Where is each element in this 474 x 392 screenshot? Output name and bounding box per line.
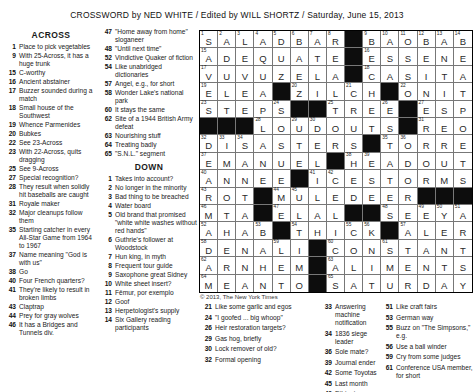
grid-cell[interactable]: L [418, 222, 436, 239]
down-header: DOWN [101, 162, 197, 172]
grid-cell[interactable]: O [418, 153, 436, 170]
grid-cell[interactable]: U [254, 66, 272, 83]
grid-cell[interactable]: E [399, 257, 417, 274]
grid-cell[interactable]: S [436, 101, 454, 118]
grid-cell[interactable]: 2A [218, 31, 236, 48]
clue-text: "S.N.L." segment [115, 150, 165, 158]
grid-cell[interactable]: E [418, 48, 436, 65]
clue-number: 12 [101, 298, 112, 306]
clue-number: 17 [5, 87, 16, 103]
grid-cell[interactable]: N [218, 170, 236, 187]
grid-cell[interactable]: 64M [200, 275, 218, 292]
grid-cell[interactable]: R [327, 135, 345, 152]
grid-cell[interactable]: 37E [200, 153, 218, 170]
clue-number: 22 [5, 139, 16, 147]
grid-cell[interactable]: 58D [200, 240, 218, 257]
grid-cell[interactable]: 25T [327, 101, 345, 118]
grid-cell[interactable]: U [218, 66, 236, 83]
cell-letter: D [399, 159, 416, 169]
clue-across-35: 35Starting catcher in every All-Star Gam… [5, 226, 97, 250]
cell-letter: D [309, 124, 326, 134]
cell-number: 65 [328, 274, 333, 280]
clue-number: 62 [101, 115, 112, 131]
grid-cell[interactable]: A [345, 275, 363, 292]
cell-letter: I [363, 263, 380, 273]
grid-cell[interactable]: U [381, 275, 399, 292]
cell-letter: E [236, 54, 253, 64]
grid-cell[interactable]: 5D [273, 31, 291, 48]
grid-cell[interactable]: 48S [381, 205, 399, 222]
grid-cell[interactable]: U [345, 118, 363, 135]
grid-cell[interactable]: I [309, 83, 327, 100]
grid-cell[interactable]: T [273, 275, 291, 292]
black-cell [345, 48, 363, 65]
grid-cell[interactable]: 28L [254, 118, 272, 135]
grid-cell[interactable]: E [345, 170, 363, 187]
grid-cell[interactable]: 51A [454, 205, 472, 222]
clue-down-32: 32Formal opening [201, 356, 311, 364]
cell-letter: L [327, 211, 344, 221]
clue-text: Special recognition? [19, 174, 78, 182]
grid-cell[interactable]: N [254, 275, 272, 292]
grid-cell[interactable]: T [236, 188, 254, 205]
grid-cell[interactable]: N [418, 257, 436, 274]
grid-cell[interactable]: 15A [200, 48, 218, 65]
grid-cell[interactable]: L [327, 205, 345, 222]
clue-across-25: 25See 9-Across [5, 165, 97, 173]
clue-text: Conference USA member, for short [396, 364, 473, 380]
grid-cell[interactable]: 27E [418, 101, 436, 118]
cell-letter: I [291, 246, 308, 256]
clue-text: Use a ball winder [396, 343, 447, 351]
clue-number: 47 [101, 28, 112, 44]
grid-cell[interactable]: A [436, 275, 454, 292]
grid-cell[interactable]: S [399, 48, 417, 65]
grid-cell[interactable]: N [418, 83, 436, 100]
cell-number: 3 [237, 31, 240, 37]
grid-cell[interactable]: M [381, 257, 399, 274]
grid-cell[interactable]: M [218, 153, 236, 170]
grid-cell[interactable]: 9B [363, 31, 381, 48]
black-cell [309, 275, 327, 292]
clue-number: 9 [5, 52, 16, 68]
grid-cell[interactable]: 1S [200, 31, 218, 48]
grid-cell[interactable]: V [236, 66, 254, 83]
grid-cell[interactable]: 14B [454, 31, 472, 48]
grid-cell[interactable]: L [309, 66, 327, 83]
black-cell [327, 153, 345, 170]
grid-cell[interactable]: 39E [363, 153, 381, 170]
clue-text: Like some garlic and egos [215, 303, 292, 311]
grid-cell[interactable]: 8R [327, 31, 345, 48]
grid-cell[interactable]: L [327, 83, 345, 100]
grid-cell[interactable]: 46M [200, 205, 218, 222]
grid-cell[interactable]: E [399, 205, 417, 222]
grid-cell[interactable]: S [454, 257, 472, 274]
cell-letter: A [345, 281, 362, 291]
clue-across-44: 44Prey for gray wolves [5, 312, 97, 320]
clue-down-42: 42Some Toyotas [321, 369, 385, 377]
grid-cell[interactable]: E [254, 170, 272, 187]
grid-cell[interactable]: M [436, 170, 454, 187]
grid-cell[interactable]: E [436, 222, 454, 239]
grid-cell[interactable]: S [454, 170, 472, 187]
grid-cell[interactable]: 43R [200, 188, 218, 205]
clue-number: 45 [321, 380, 332, 388]
grid-cell[interactable]: N [236, 257, 254, 274]
grid-cell[interactable]: R [418, 135, 436, 152]
across-header: ACROSS [5, 30, 97, 40]
grid-cell[interactable]: A [254, 240, 272, 257]
cell-number: 64 [201, 274, 206, 280]
clue-text: With 22-Across, quits dragging [19, 148, 97, 164]
grid-cell[interactable]: E [236, 83, 254, 100]
grid-cell[interactable]: A [254, 135, 272, 152]
grid-cell[interactable]: 65S [327, 275, 345, 292]
grid-cell[interactable]: 53B [254, 222, 272, 239]
grid-cell[interactable]: O [273, 118, 291, 135]
clue-text: Small house of the Southwest [19, 104, 97, 120]
cell-letter: E [418, 54, 435, 64]
clue-number: 34 [321, 330, 332, 346]
grid-cell[interactable]: O [399, 170, 417, 187]
grid-cell[interactable]: I [418, 66, 436, 83]
clue-across-48: 48"Until next time" [101, 45, 197, 53]
cell-letter: T [236, 193, 253, 203]
grid-cell[interactable]: P [254, 101, 272, 118]
grid-cell[interactable]: T [454, 153, 472, 170]
grid-cell[interactable]: T [309, 48, 327, 65]
grid-cell[interactable]: N [254, 153, 272, 170]
crossword-grid[interactable]: 1S2A3L4A5D6B7A8R9B10A11O12B13A14B15ADEQU… [199, 30, 473, 293]
grid-cell[interactable]: I [363, 257, 381, 274]
clue-text: "I goofed ... big whoop" [215, 314, 283, 322]
clue-down-56: 56Use a ball winder [382, 343, 473, 351]
grid-cell[interactable]: 26E [381, 101, 399, 118]
grid-cell[interactable]: E [381, 188, 399, 205]
grid-cell[interactable]: T [218, 101, 236, 118]
grid-cell[interactable]: S [381, 118, 399, 135]
cell-letter: L [254, 124, 271, 134]
grid-cell[interactable]: E [218, 240, 236, 257]
grid-cell[interactable]: 10A [381, 31, 399, 48]
grid-cell[interactable]: E [236, 48, 254, 65]
grid-cell[interactable]: 41I [309, 170, 327, 187]
across-clues-47-65: 47"Home away from home" sloganeer48"Unti… [101, 28, 197, 158]
clue-number: 2 [101, 184, 112, 192]
clue-text: They're likely to result in broken limbs [19, 286, 97, 302]
grid-cell[interactable]: T [291, 135, 309, 152]
cell-letter: A [436, 281, 453, 291]
grid-cell[interactable]: S [363, 170, 381, 187]
clue-number: 6 [101, 236, 112, 252]
cell-letter: T [273, 281, 290, 291]
grid-cell[interactable]: E [436, 118, 454, 135]
grid-cell[interactable]: N [436, 240, 454, 257]
clue-number: 37 [5, 251, 16, 267]
grid-cell[interactable]: H [363, 83, 381, 100]
grid-cell[interactable]: E [454, 135, 472, 152]
cell-letter: C [345, 89, 362, 99]
clue-down-55: 55Buzz on "The Simpsons," e.g. [382, 324, 473, 340]
grid-cell[interactable]: A [236, 275, 254, 292]
grid-cell[interactable]: P [454, 101, 472, 118]
grid-cell[interactable]: 61S [381, 240, 399, 257]
grid-cell[interactable]: E [327, 48, 345, 65]
grid-cell[interactable]: D [418, 275, 436, 292]
grid-cell[interactable]: 3L [236, 31, 254, 48]
grid-cell[interactable]: 21C [345, 83, 363, 100]
cell-letter: S [273, 106, 290, 116]
cell-letter: L [309, 159, 326, 169]
cell-letter: A [327, 72, 344, 82]
grid-cell[interactable]: I [291, 240, 309, 257]
grid-cell[interactable]: 63A [327, 257, 345, 274]
grid-cell[interactable]: E [273, 257, 291, 274]
grid-cell[interactable]: 13A [436, 31, 454, 48]
clue-text: Old brand that promised "white white was… [115, 211, 197, 235]
clue-number: 8 [101, 262, 112, 270]
grid-cell[interactable]: S [345, 135, 363, 152]
grid-cell[interactable]: 16E [363, 48, 381, 65]
grid-cell[interactable]: O [327, 118, 345, 135]
clue-across-64: 64Treating badly [101, 141, 197, 149]
grid-cell[interactable]: T [363, 118, 381, 135]
grid-cell[interactable]: T [436, 257, 454, 274]
cell-number: 1 [201, 31, 204, 37]
clue-text: Wonder Lake's national park [115, 89, 197, 105]
grid-cell[interactable]: 55C [345, 222, 363, 239]
grid-cell[interactable]: H [254, 257, 272, 274]
grid-cell[interactable]: A [309, 205, 327, 222]
grid-cell[interactable]: A [236, 205, 254, 222]
grid-cell[interactable]: S [399, 66, 417, 83]
grid-cell[interactable]: 20Z [291, 83, 309, 100]
grid-cell[interactable]: L [309, 153, 327, 170]
grid-cell[interactable]: N [236, 170, 254, 187]
cell-letter: A [309, 37, 326, 47]
grid-cell[interactable]: N [436, 48, 454, 65]
grid-cell[interactable]: T [218, 205, 236, 222]
grid-cell[interactable]: 45U [291, 188, 309, 205]
clue-text: Site of a 1944 British Army defeat [115, 115, 197, 131]
grid-cell[interactable]: R [399, 188, 417, 205]
grid-cell[interactable]: E [363, 101, 381, 118]
grid-cell[interactable]: 40A [200, 170, 218, 187]
grid-cell[interactable]: N [363, 240, 381, 257]
clue-text: Whence Parmenides [19, 121, 80, 129]
grid-cell[interactable]: E [236, 101, 254, 118]
grid-cell[interactable]: 24S [273, 101, 291, 118]
grid-cell[interactable]: R [399, 275, 417, 292]
cell-letter: E [363, 106, 380, 116]
grid-cell[interactable]: 33I [218, 135, 236, 152]
grid-cell[interactable]: Z [273, 66, 291, 83]
clue-text: Angel, e.g., for short [115, 80, 174, 88]
grid-cell[interactable]: Q [254, 48, 272, 65]
grid-cell[interactable]: I [436, 83, 454, 100]
grid-cell[interactable]: 35T [381, 135, 399, 152]
grid-cell[interactable]: 29U [291, 118, 309, 135]
grid-cell[interactable]: 50Y [436, 205, 454, 222]
grid-cell[interactable]: M [291, 257, 309, 274]
clue-number: 33 [321, 303, 332, 327]
clue-text: Ancient abstainer [19, 78, 70, 86]
grid-cell[interactable]: S [273, 135, 291, 152]
cell-letter: R [436, 141, 453, 151]
grid-cell[interactable]: 31R [418, 118, 436, 135]
clue-number: 39 [321, 359, 332, 367]
cell-letter: S [200, 106, 217, 116]
grid-cell[interactable]: U [273, 48, 291, 65]
grid-cell[interactable]: E [291, 153, 309, 170]
cell-number: 4 [255, 31, 258, 37]
clue-number: 19 [5, 121, 16, 129]
cell-letter: B [363, 37, 380, 47]
grid-cell[interactable]: A [236, 222, 254, 239]
cell-number: 39 [364, 152, 369, 158]
grid-cell[interactable]: O [291, 275, 309, 292]
cell-letter: T [363, 124, 380, 134]
grid-cell[interactable]: N [236, 240, 254, 257]
cell-letter: L [345, 263, 362, 273]
grid-cell[interactable]: 60C [327, 240, 345, 257]
grid-cell[interactable]: 4A [254, 31, 272, 48]
grid-cell[interactable]: O [218, 188, 236, 205]
clue-number: 57 [101, 80, 112, 88]
grid-cell[interactable]: A [454, 66, 472, 83]
clue-text: Bubkes [19, 130, 41, 138]
grid-cell[interactable]: 49E [418, 205, 436, 222]
cell-letter: S [381, 246, 398, 256]
grid-cell[interactable]: U [436, 153, 454, 170]
grid-cell[interactable]: 56K [363, 222, 381, 239]
grid-cell[interactable]: R [218, 257, 236, 274]
grid-cell[interactable]: H [309, 222, 327, 239]
grid-cell[interactable]: E [218, 275, 236, 292]
grid-cell[interactable]: E [363, 188, 381, 205]
grid-cell[interactable]: O [454, 118, 472, 135]
grid-cell[interactable]: L [218, 83, 236, 100]
clue-text: Six Gallery reading participants [115, 316, 197, 332]
grid-cell[interactable]: 44M [273, 188, 291, 205]
cell-letter: E [454, 141, 472, 151]
grid-cell[interactable]: 22O [399, 83, 417, 100]
cell-letter: N [436, 54, 453, 64]
grid-cell[interactable]: A [418, 240, 436, 257]
grid-cell[interactable]: L [309, 188, 327, 205]
grid-cell[interactable]: R [436, 135, 454, 152]
black-cell [291, 170, 309, 187]
grid-cell[interactable]: E [327, 188, 345, 205]
grid-cell[interactable]: H [218, 222, 236, 239]
grid-cell[interactable]: D [345, 188, 363, 205]
grid-cell[interactable]: 23S [200, 101, 218, 118]
cell-letter: R [418, 176, 435, 186]
grid-cell[interactable]: 6B [291, 31, 309, 48]
grid-cell[interactable]: A [236, 153, 254, 170]
grid-cell[interactable]: 47E [273, 205, 291, 222]
grid-cell[interactable]: 32D [200, 135, 218, 152]
grid-cell[interactable]: 30D [309, 118, 327, 135]
grid-cell[interactable]: 34S [236, 135, 254, 152]
grid-cell[interactable]: U [273, 153, 291, 170]
grid-cell[interactable]: 17V [200, 66, 218, 83]
cell-letter: P [454, 106, 472, 116]
grid-cell[interactable]: R [418, 170, 436, 187]
grid-cell[interactable]: A [381, 153, 399, 170]
cell-letter: E [454, 54, 472, 64]
grid-cell[interactable]: D [399, 153, 417, 170]
cell-letter: S [454, 263, 472, 273]
cell-letter: E [309, 141, 326, 151]
grid-cell[interactable]: 38H [345, 153, 363, 170]
grid-cell[interactable]: S [381, 48, 399, 65]
clue-text: Fêmur, por exemplo [115, 289, 174, 297]
grid-cell[interactable]: 7A [309, 31, 327, 48]
grid-cell[interactable]: T [454, 83, 472, 100]
grid-cell[interactable]: A [327, 66, 345, 83]
cell-letter: M [200, 211, 217, 221]
grid-cell[interactable]: 57A [399, 222, 417, 239]
cell-letter: O [418, 159, 435, 169]
grid-cell[interactable]: I [327, 222, 345, 239]
black-cell [273, 83, 291, 100]
grid-cell[interactable]: T [454, 240, 472, 257]
grid-cell[interactable]: A [291, 48, 309, 65]
grid-cell[interactable]: D [218, 48, 236, 65]
grid-cell[interactable]: Y [454, 275, 472, 292]
grid-cell[interactable]: 11O [399, 31, 417, 48]
grid-cell[interactable]: L [345, 257, 363, 274]
grid-cell[interactable]: R [454, 222, 472, 239]
grid-cell[interactable]: 19E [200, 83, 218, 100]
clue-down-30: 30Lock remover of old? [201, 345, 311, 353]
grid-cell[interactable]: T [399, 240, 417, 257]
clue-number: 9 [101, 271, 112, 279]
grid-cell[interactable]: 59L [273, 240, 291, 257]
grid-cell[interactable]: R [345, 101, 363, 118]
grid-cell[interactable]: 62A [200, 257, 218, 274]
clue-number: 46 [5, 321, 16, 337]
cell-letter: D [218, 54, 235, 64]
grid-cell[interactable]: E [291, 66, 309, 83]
grid-cell[interactable]: 54T [291, 222, 309, 239]
clue-number: 30 [201, 345, 212, 353]
grid-cell[interactable]: 42C [327, 170, 345, 187]
grid-cell[interactable]: T [363, 275, 381, 292]
grid-cell[interactable]: T [436, 66, 454, 83]
grid-cell[interactable]: A [254, 83, 272, 100]
grid-cell[interactable]: A [381, 66, 399, 83]
grid-cell[interactable]: E [454, 48, 472, 65]
clue-number: 48 [101, 45, 112, 53]
cell-letter: A [236, 228, 253, 238]
grid-cell[interactable]: 52A [200, 222, 218, 239]
grid-cell[interactable]: L [291, 205, 309, 222]
grid-cell[interactable]: 18C [363, 66, 381, 83]
grid-cell[interactable]: O [345, 240, 363, 257]
cell-letter: M [200, 281, 217, 291]
cell-letter: T [381, 176, 398, 186]
grid-cell[interactable]: 36O [399, 135, 417, 152]
grid-cell[interactable]: E [273, 170, 291, 187]
clue-down-51: 51Like craft fairs [382, 303, 473, 311]
grid-cell[interactable]: 12B [418, 31, 436, 48]
grid-cell[interactable]: T [381, 170, 399, 187]
grid-cell[interactable]: E [309, 135, 327, 152]
clue-text: German way [396, 314, 433, 322]
